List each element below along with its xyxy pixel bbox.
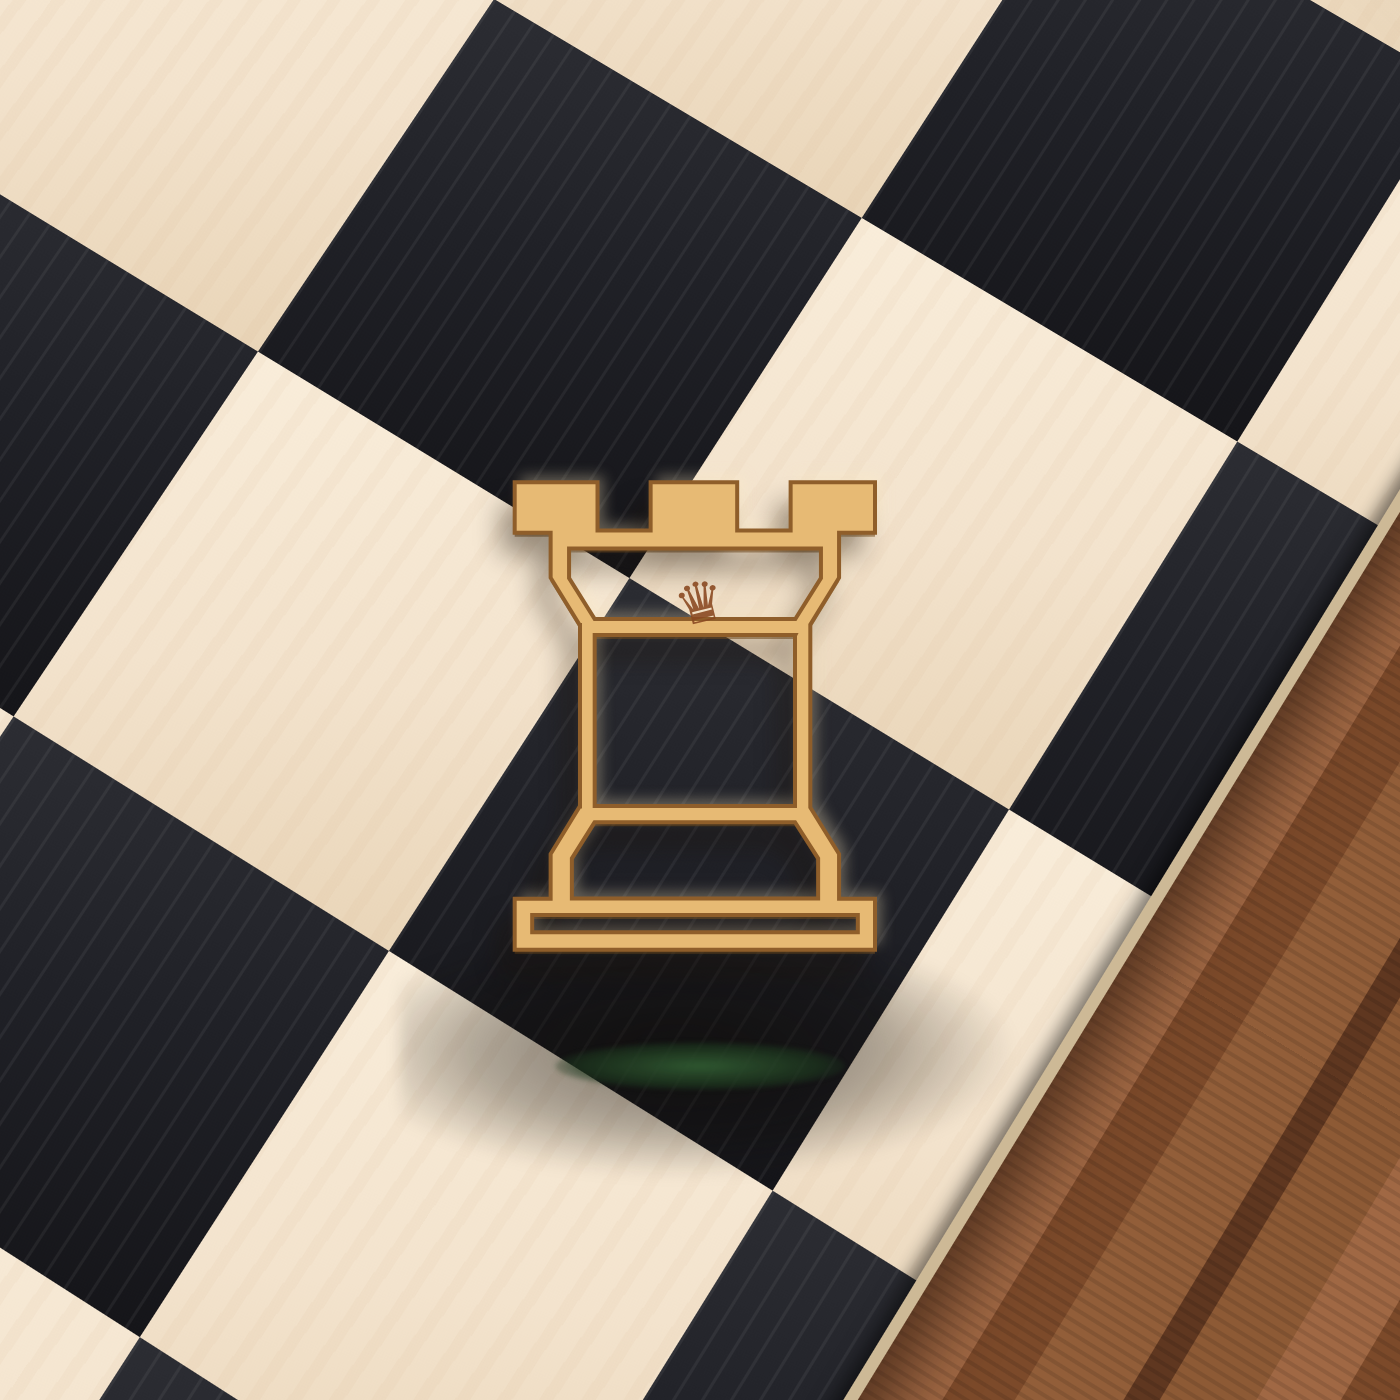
piece-layer: ♖ ♛ [0,0,1400,1400]
photo-stage: ♖ ♛ [0,0,1400,1400]
white-rook-piece[interactable]: ♖ [345,408,1045,1108]
